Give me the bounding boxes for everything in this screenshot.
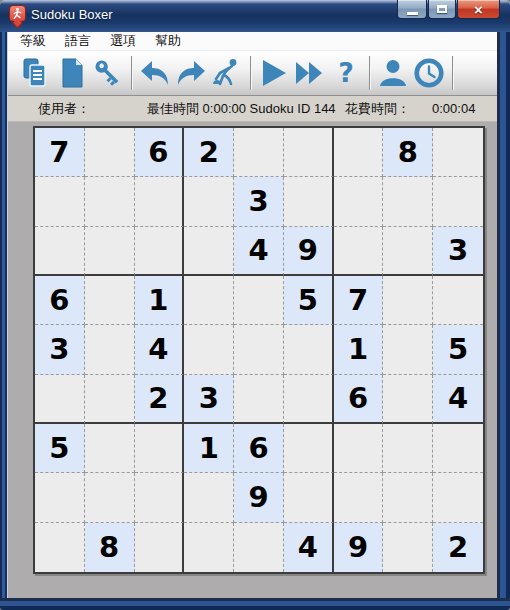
user-icon (377, 57, 409, 89)
best-time-and-id: 最佳時間 0:00:00 Sudoku ID 144 (147, 96, 336, 122)
cell-r2c1[interactable] (35, 177, 85, 226)
cell-r8c8[interactable] (383, 473, 433, 522)
toolbar-separator (452, 56, 453, 90)
cell-r4c5[interactable] (234, 276, 284, 325)
cell-r1c2[interactable] (85, 128, 135, 177)
menu-level[interactable]: 等級 (13, 32, 53, 50)
window-frame-bottom (0, 598, 510, 610)
cell-r3c5[interactable]: 4 (234, 227, 284, 276)
cell-r6c9[interactable]: 4 (433, 375, 483, 424)
cell-r5c6[interactable] (284, 325, 334, 374)
menu-options[interactable]: 選項 (103, 32, 143, 50)
cell-r2c6[interactable] (284, 177, 334, 226)
cell-r9c1[interactable] (35, 523, 85, 572)
cell-r3c7[interactable] (334, 227, 384, 276)
cell-r9c5[interactable] (234, 523, 284, 572)
cell-r7c3[interactable] (135, 424, 185, 473)
window-controls: × (396, 0, 500, 19)
maximize-button[interactable] (428, 0, 456, 19)
cell-r2c3[interactable] (135, 177, 185, 226)
play-button[interactable] (256, 54, 292, 92)
title-bar[interactable]: Sudoku Boxer × (0, 0, 510, 32)
cell-r1c1[interactable]: 7 (35, 128, 85, 177)
cell-r1c5[interactable] (234, 128, 284, 177)
cell-r6c8[interactable] (383, 375, 433, 424)
cell-r9c6[interactable]: 4 (284, 523, 334, 572)
cell-r4c2[interactable] (85, 276, 135, 325)
toolbar-separator (250, 56, 251, 90)
cell-r8c2[interactable] (85, 473, 135, 522)
cell-r6c6[interactable] (284, 375, 334, 424)
cell-r1c9[interactable] (433, 128, 483, 177)
cell-r4c1[interactable]: 6 (35, 276, 85, 325)
undo-icon (139, 57, 171, 89)
cell-r4c6[interactable]: 5 (284, 276, 334, 325)
cell-r9c9[interactable]: 2 (433, 523, 483, 572)
cell-r6c1[interactable] (35, 375, 85, 424)
fast-forward-icon (293, 57, 327, 89)
cell-r2c7[interactable] (334, 177, 384, 226)
cell-r4c7[interactable]: 7 (334, 276, 384, 325)
toolbar-separator (369, 56, 370, 90)
clock-icon (413, 57, 445, 89)
clock-button[interactable] (411, 54, 447, 92)
redo-button[interactable] (173, 54, 209, 92)
cell-r9c4[interactable] (184, 523, 234, 572)
user-button[interactable] (375, 54, 411, 92)
cell-r7c8[interactable] (383, 424, 433, 473)
elapsed-time-label: 花費時間： (345, 96, 410, 122)
cell-r7c9[interactable] (433, 424, 483, 473)
minimize-icon (407, 12, 418, 15)
cell-r3c4[interactable] (184, 227, 234, 276)
cell-r2c9[interactable] (433, 177, 483, 226)
key-icon (92, 57, 124, 89)
close-icon: × (474, 2, 483, 17)
cell-r7c1[interactable]: 5 (35, 424, 85, 473)
cell-r7c4[interactable]: 1 (184, 424, 234, 473)
cell-r9c8[interactable] (383, 523, 433, 572)
cell-r1c7[interactable] (334, 128, 384, 177)
toolbar-separator (131, 56, 132, 90)
key-button[interactable] (90, 54, 126, 92)
cell-r5c1[interactable]: 3 (35, 325, 85, 374)
elapsed-time-value: 0:00:04 (432, 96, 475, 122)
cell-r3c8[interactable] (383, 227, 433, 276)
cell-r2c4[interactable] (184, 177, 234, 226)
cell-r3c2[interactable] (85, 227, 135, 276)
new-document-icon (56, 57, 88, 89)
cell-r9c7[interactable]: 9 (334, 523, 384, 572)
cell-r9c2[interactable]: 8 (85, 523, 135, 572)
cell-r4c3[interactable]: 1 (135, 276, 185, 325)
cell-r7c5[interactable]: 6 (234, 424, 284, 473)
cell-r6c3[interactable]: 2 (135, 375, 185, 424)
app-icon[interactable] (9, 5, 26, 25)
status-bar: 使用者： 最佳時間 0:00:00 Sudoku ID 144 花費時間： 0:… (8, 96, 497, 122)
cell-r8c3[interactable] (135, 473, 185, 522)
sudoku-grid: 7628349361573415236451698492 (33, 126, 485, 574)
cell-r7c2[interactable] (85, 424, 135, 473)
cell-r6c5[interactable] (234, 375, 284, 424)
fast-forward-button[interactable] (292, 54, 328, 92)
cell-r1c4[interactable]: 2 (184, 128, 234, 177)
close-button[interactable]: × (457, 0, 500, 19)
cell-r7c6[interactable] (284, 424, 334, 473)
cell-r8c7[interactable] (334, 473, 384, 522)
board-area: 7628349361573415236451698492 (8, 122, 497, 598)
undo-button[interactable] (137, 54, 173, 92)
play-icon (258, 57, 290, 89)
cell-r3c3[interactable] (135, 227, 185, 276)
cell-r3c6[interactable]: 9 (284, 227, 334, 276)
cell-r2c2[interactable] (85, 177, 135, 226)
cell-r1c8[interactable]: 8 (383, 128, 433, 177)
help-button[interactable]: ? (328, 54, 364, 92)
boxer-figure-icon (11, 7, 24, 20)
cell-r6c7[interactable]: 6 (334, 375, 384, 424)
cell-r8c1[interactable] (35, 473, 85, 522)
cell-r8c9[interactable] (433, 473, 483, 522)
cell-r5c8[interactable] (383, 325, 433, 374)
window-frame-right (497, 32, 510, 598)
cell-r2c8[interactable] (383, 177, 433, 226)
user-label: 使用者： (38, 96, 90, 122)
copy-button[interactable] (18, 54, 54, 92)
cell-r7c7[interactable] (334, 424, 384, 473)
menu-help[interactable]: 幫助 (148, 32, 188, 50)
app-window: Sudoku Boxer × 等級 語言 選項 幫助 (0, 0, 510, 610)
cell-r8c4[interactable] (184, 473, 234, 522)
sweep-button[interactable] (209, 54, 245, 92)
help-icon: ? (338, 58, 354, 88)
cell-r4c9[interactable] (433, 276, 483, 325)
cell-r5c5[interactable] (234, 325, 284, 374)
cell-r6c2[interactable] (85, 375, 135, 424)
redo-icon (175, 57, 207, 89)
copy-icon (20, 57, 52, 89)
cell-r8c6[interactable] (284, 473, 334, 522)
cell-r6c4[interactable]: 3 (184, 375, 234, 424)
cell-r5c4[interactable] (184, 325, 234, 374)
cell-r5c9[interactable]: 5 (433, 325, 483, 374)
cell-r9c3[interactable] (135, 523, 185, 572)
window-title: Sudoku Boxer (31, 0, 113, 32)
menu-language[interactable]: 語言 (58, 32, 98, 50)
window-frame-left (0, 32, 8, 598)
cell-r5c3[interactable]: 4 (135, 325, 185, 374)
minimize-button[interactable] (397, 0, 427, 19)
cell-r4c4[interactable] (184, 276, 234, 325)
new-button[interactable] (54, 54, 90, 92)
cell-r5c7[interactable]: 1 (334, 325, 384, 374)
sweep-person-icon (211, 57, 243, 89)
cell-r3c9[interactable]: 3 (433, 227, 483, 276)
cell-r1c6[interactable] (284, 128, 334, 177)
cell-r2c5[interactable]: 3 (234, 177, 284, 226)
cell-r4c8[interactable] (383, 276, 433, 325)
cell-r8c5[interactable]: 9 (234, 473, 284, 522)
maximize-icon (437, 5, 447, 13)
toolbar: ? (8, 50, 497, 96)
cell-r1c3[interactable]: 6 (135, 128, 185, 177)
cell-r5c2[interactable] (85, 325, 135, 374)
menu-bar: 等級 語言 選項 幫助 (8, 32, 497, 50)
cell-r3c1[interactable] (35, 227, 85, 276)
